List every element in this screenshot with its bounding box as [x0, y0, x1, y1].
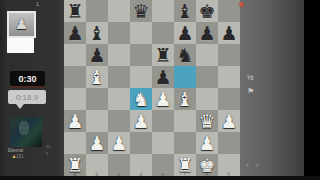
- square-a7[interactable]: ♟: [64, 22, 86, 44]
- square-f4[interactable]: ♝: [174, 88, 196, 110]
- white-pawn: ♟: [108, 132, 130, 154]
- square-e6[interactable]: ♜: [152, 44, 174, 66]
- app-window: 1. ♟ 0:30 0:18.9 Eltemat ♟151 11 5. ♜♛♝♚…: [0, 0, 320, 180]
- clock-progress-bar: [10, 86, 45, 88]
- square-b8[interactable]: [86, 0, 108, 22]
- move-counter-top: 11: [46, 144, 50, 149]
- white-queen: ♛: [196, 110, 218, 132]
- left-sidebar: 1. ♟ 0:30 0:18.9 Eltemat ♟151 11 5.: [0, 0, 64, 180]
- black-clock: 0:30: [10, 71, 45, 86]
- square-e7[interactable]: [152, 22, 174, 44]
- square-c7[interactable]: [108, 22, 130, 44]
- square-a1[interactable]: ♜a: [64, 154, 86, 176]
- square-d8[interactable]: ♛: [130, 0, 152, 22]
- square-f7[interactable]: ♟: [174, 22, 196, 44]
- square-b2[interactable]: ♟: [86, 132, 108, 154]
- white-bishop: ♝: [86, 66, 108, 88]
- square-b1[interactable]: b: [86, 154, 108, 176]
- square-a3[interactable]: ♟: [64, 110, 86, 132]
- white-pawn: ♟: [130, 110, 152, 132]
- square-h2[interactable]: [218, 132, 240, 154]
- square-c3[interactable]: [108, 110, 130, 132]
- square-f6[interactable]: ♞: [174, 44, 196, 66]
- white-rook: ♜: [174, 154, 196, 176]
- white-pawn: ♟: [196, 132, 218, 154]
- player-rating-line: ♟151: [12, 154, 24, 159]
- black-king: ♚: [196, 0, 218, 22]
- black-queen: ♛: [130, 0, 152, 22]
- square-a5[interactable]: [64, 66, 86, 88]
- resign-flag-icon[interactable]: ⚑: [247, 87, 254, 96]
- square-c6[interactable]: [108, 44, 130, 66]
- square-f5[interactable]: [174, 66, 196, 88]
- player-rating: 151: [16, 154, 24, 159]
- square-b4[interactable]: [86, 88, 108, 110]
- square-g3[interactable]: ♛: [196, 110, 218, 132]
- black-bishop: ♝: [174, 0, 196, 22]
- move-counter-bottom: 5.: [46, 151, 49, 156]
- square-e8[interactable]: [152, 0, 174, 22]
- black-pawn: ♟: [86, 44, 108, 66]
- black-pawn: ♟: [152, 66, 174, 88]
- square-g7[interactable]: ♟: [196, 22, 218, 44]
- draw-offer-button[interactable]: ½: [247, 73, 254, 82]
- square-g2[interactable]: ♟: [196, 132, 218, 154]
- piece-preview-box: ♟: [7, 11, 36, 38]
- square-f3[interactable]: [174, 110, 196, 132]
- square-h1[interactable]: h: [218, 154, 240, 176]
- square-b5[interactable]: ♝: [86, 66, 108, 88]
- bottom-edge: [0, 176, 320, 180]
- square-a2[interactable]: [64, 132, 86, 154]
- square-c5[interactable]: [108, 66, 130, 88]
- square-c4[interactable]: [108, 88, 130, 110]
- move-nav-buttons[interactable]: ‹ ›: [246, 160, 261, 170]
- white-pawn: ♟: [218, 110, 240, 132]
- black-pawn: ♟: [64, 22, 86, 44]
- square-g6[interactable]: [196, 44, 218, 66]
- square-e3[interactable]: [152, 110, 174, 132]
- square-e1[interactable]: e: [152, 154, 174, 176]
- black-bishop: ♝: [86, 22, 108, 44]
- square-h8[interactable]: [218, 0, 240, 22]
- black-rook: ♜: [64, 0, 86, 22]
- square-d6[interactable]: [130, 44, 152, 66]
- square-b3[interactable]: [86, 110, 108, 132]
- square-g5[interactable]: [196, 66, 218, 88]
- black-knight: ♞: [174, 44, 196, 66]
- square-e5[interactable]: ♟: [152, 66, 174, 88]
- black-rook: ♜: [152, 44, 174, 66]
- square-c2[interactable]: ♟: [108, 132, 130, 154]
- square-g8[interactable]: ♚: [196, 0, 218, 22]
- black-pawn: ♟: [174, 22, 196, 44]
- square-e2[interactable]: [152, 132, 174, 154]
- black-pawn: ♟: [196, 22, 218, 44]
- record-dot-icon: [239, 2, 244, 7]
- square-d1[interactable]: d: [130, 154, 152, 176]
- square-f2[interactable]: [174, 132, 196, 154]
- move-number: 1.: [36, 1, 40, 7]
- square-g4[interactable]: [196, 88, 218, 110]
- square-f8[interactable]: ♝: [174, 0, 196, 22]
- white-bishop: ♝: [174, 88, 196, 110]
- square-h3[interactable]: ♟: [218, 110, 240, 132]
- square-e4[interactable]: ♟: [152, 88, 174, 110]
- player-username[interactable]: Eltemat: [8, 148, 23, 153]
- square-a4[interactable]: [64, 88, 86, 110]
- square-h4[interactable]: [218, 88, 240, 110]
- white-pawn: ♟: [152, 88, 174, 110]
- square-h6[interactable]: [218, 44, 240, 66]
- square-b6[interactable]: ♟: [86, 44, 108, 66]
- white-pawn: ♟: [64, 110, 86, 132]
- player-avatar[interactable]: [10, 117, 42, 147]
- white-king: ♚: [196, 154, 218, 176]
- square-d5[interactable]: [130, 66, 152, 88]
- nav-next-icon[interactable]: ›: [256, 160, 261, 170]
- square-a6[interactable]: [64, 44, 86, 66]
- square-d3[interactable]: ♟: [130, 110, 152, 132]
- nav-prev-icon[interactable]: ‹: [246, 160, 251, 170]
- square-d2[interactable]: [130, 132, 152, 154]
- square-d7[interactable]: [130, 22, 152, 44]
- right-black-edge: [304, 0, 320, 180]
- square-a8[interactable]: ♜: [64, 0, 86, 22]
- square-h5[interactable]: [218, 66, 240, 88]
- chess-board[interactable]: ♜♛♝♚♟♝♟♟♟♟♜♞♝♟♞♟♝♟♟♛♟♟♟♟♜abcde♜f♚gh: [64, 0, 240, 176]
- square-f1[interactable]: ♜f: [174, 154, 196, 176]
- white-rook: ♜: [64, 154, 86, 176]
- clock-bubble-tail: [16, 104, 24, 109]
- blank-panel: [7, 38, 34, 53]
- white-clock: 0:18.9: [8, 90, 46, 104]
- square-d4[interactable]: ♞: [130, 88, 152, 110]
- square-c1[interactable]: c: [108, 154, 130, 176]
- square-g1[interactable]: ♚g: [196, 154, 218, 176]
- square-h7[interactable]: ♟: [218, 22, 240, 44]
- square-b7[interactable]: ♝: [86, 22, 108, 44]
- white-pawn-icon: ♟: [15, 17, 28, 32]
- black-pawn: ♟: [218, 22, 240, 44]
- white-pawn: ♟: [86, 132, 108, 154]
- white-knight: ♞: [130, 88, 152, 110]
- square-c8[interactable]: [108, 0, 130, 22]
